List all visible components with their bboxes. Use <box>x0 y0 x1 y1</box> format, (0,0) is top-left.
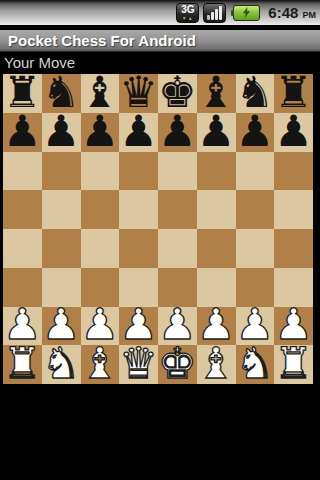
turn-status-text: Your Move <box>4 53 75 73</box>
piece-black-rook[interactable]: ♜ <box>274 74 313 113</box>
battery-terminal <box>231 10 234 16</box>
piece-white-pawn[interactable]: ♟ <box>42 307 81 346</box>
square-g6[interactable] <box>236 152 275 191</box>
square-e1[interactable]: ♚ <box>158 345 197 384</box>
square-c3[interactable] <box>81 268 120 307</box>
piece-black-pawn[interactable]: ♟ <box>81 113 120 152</box>
square-d2[interactable]: ♟ <box>119 307 158 346</box>
square-d4[interactable] <box>119 229 158 268</box>
meridiem-text: PM <box>303 10 317 20</box>
piece-black-pawn[interactable]: ♟ <box>42 113 81 152</box>
square-h6[interactable] <box>274 152 313 191</box>
piece-black-bishop[interactable]: ♝ <box>197 74 236 113</box>
square-h1[interactable]: ♜ <box>274 345 313 384</box>
3g-network-icon: 3G ▼▲ <box>176 3 199 23</box>
chess-board: ♜♞♝♛♚♝♞♜♟♟♟♟♟♟♟♟♟♟♟♟♟♟♟♟♜♞♝♛♚♝♞♜ <box>3 74 313 384</box>
signal-bar <box>219 6 222 20</box>
piece-black-queen[interactable]: ♛ <box>119 74 158 113</box>
square-c5[interactable] <box>81 190 120 229</box>
square-c6[interactable] <box>81 152 120 191</box>
charging-bolt-icon <box>242 7 251 18</box>
square-e5[interactable] <box>158 190 197 229</box>
piece-black-bishop[interactable]: ♝ <box>81 74 120 113</box>
piece-white-pawn[interactable]: ♟ <box>274 307 313 346</box>
piece-white-knight[interactable]: ♞ <box>42 345 81 384</box>
square-e3[interactable] <box>158 268 197 307</box>
square-a6[interactable] <box>3 152 42 191</box>
time-text: 6:48 <box>268 4 298 21</box>
app-title: Pocket Chess For Android <box>8 32 196 49</box>
square-g7[interactable]: ♟ <box>236 113 275 152</box>
piece-black-pawn[interactable]: ♟ <box>158 113 197 152</box>
square-g3[interactable] <box>236 268 275 307</box>
square-c1[interactable]: ♝ <box>81 345 120 384</box>
square-d1[interactable]: ♛ <box>119 345 158 384</box>
android-status-bar: 3G ▼▲ 6:48 PM <box>0 0 320 25</box>
square-b4[interactable] <box>42 229 81 268</box>
square-a2[interactable]: ♟ <box>3 307 42 346</box>
square-f4[interactable] <box>197 229 236 268</box>
piece-black-pawn[interactable]: ♟ <box>119 113 158 152</box>
square-g8[interactable]: ♞ <box>236 74 275 113</box>
square-b1[interactable]: ♞ <box>42 345 81 384</box>
signal-bar <box>215 9 218 20</box>
piece-black-pawn[interactable]: ♟ <box>197 113 236 152</box>
square-a4[interactable] <box>3 229 42 268</box>
square-d6[interactable] <box>119 152 158 191</box>
piece-white-pawn[interactable]: ♟ <box>3 307 42 346</box>
square-h8[interactable]: ♜ <box>274 74 313 113</box>
square-h7[interactable]: ♟ <box>274 113 313 152</box>
piece-white-knight[interactable]: ♞ <box>236 345 275 384</box>
square-a5[interactable] <box>3 190 42 229</box>
square-c4[interactable] <box>81 229 120 268</box>
square-e7[interactable]: ♟ <box>158 113 197 152</box>
square-a3[interactable] <box>3 268 42 307</box>
piece-white-pawn[interactable]: ♟ <box>158 307 197 346</box>
piece-white-pawn[interactable]: ♟ <box>197 307 236 346</box>
signal-bar <box>211 12 214 20</box>
square-b6[interactable] <box>42 152 81 191</box>
square-d5[interactable] <box>119 190 158 229</box>
piece-white-king[interactable]: ♚ <box>158 345 197 384</box>
square-d3[interactable] <box>119 268 158 307</box>
piece-black-knight[interactable]: ♞ <box>42 74 81 113</box>
square-h3[interactable] <box>274 268 313 307</box>
title-bar: Pocket Chess For Android <box>0 30 320 52</box>
square-h5[interactable] <box>274 190 313 229</box>
square-b7[interactable]: ♟ <box>42 113 81 152</box>
piece-white-rook[interactable]: ♜ <box>274 345 313 384</box>
piece-white-pawn[interactable]: ♟ <box>81 307 120 346</box>
square-e6[interactable] <box>158 152 197 191</box>
clock: 6:48 PM <box>268 4 316 21</box>
square-b3[interactable] <box>42 268 81 307</box>
piece-white-pawn[interactable]: ♟ <box>236 307 275 346</box>
square-c2[interactable]: ♟ <box>81 307 120 346</box>
square-f5[interactable] <box>197 190 236 229</box>
square-a1[interactable]: ♜ <box>3 345 42 384</box>
square-h4[interactable] <box>274 229 313 268</box>
square-g5[interactable] <box>236 190 275 229</box>
piece-white-bishop[interactable]: ♝ <box>197 345 236 384</box>
square-d7[interactable]: ♟ <box>119 113 158 152</box>
piece-white-bishop[interactable]: ♝ <box>81 345 120 384</box>
piece-black-pawn[interactable]: ♟ <box>236 113 275 152</box>
square-e8[interactable]: ♚ <box>158 74 197 113</box>
square-b2[interactable]: ♟ <box>42 307 81 346</box>
square-g4[interactable] <box>236 229 275 268</box>
piece-black-pawn[interactable]: ♟ <box>274 113 313 152</box>
signal-strength-icon <box>203 3 226 23</box>
square-f2[interactable]: ♟ <box>197 307 236 346</box>
piece-white-queen[interactable]: ♛ <box>119 345 158 384</box>
battery-charging-icon <box>233 5 260 21</box>
square-g1[interactable]: ♞ <box>236 345 275 384</box>
square-f7[interactable]: ♟ <box>197 113 236 152</box>
data-activity-arrows-icon: ▼▲ <box>182 15 194 21</box>
square-a8[interactable]: ♜ <box>3 74 42 113</box>
square-a7[interactable]: ♟ <box>3 113 42 152</box>
square-e2[interactable]: ♟ <box>158 307 197 346</box>
square-f8[interactable]: ♝ <box>197 74 236 113</box>
square-e4[interactable] <box>158 229 197 268</box>
piece-white-rook[interactable]: ♜ <box>3 345 42 384</box>
piece-black-knight[interactable]: ♞ <box>236 74 275 113</box>
piece-black-rook[interactable]: ♜ <box>3 74 42 113</box>
square-f6[interactable] <box>197 152 236 191</box>
signal-bar <box>207 15 210 20</box>
square-b5[interactable] <box>42 190 81 229</box>
piece-white-pawn[interactable]: ♟ <box>119 307 158 346</box>
square-h2[interactable]: ♟ <box>274 307 313 346</box>
square-c7[interactable]: ♟ <box>81 113 120 152</box>
square-b8[interactable]: ♞ <box>42 74 81 113</box>
piece-black-pawn[interactable]: ♟ <box>3 113 42 152</box>
3g-label: 3G <box>181 5 194 15</box>
piece-black-king[interactable]: ♚ <box>158 74 197 113</box>
square-f3[interactable] <box>197 268 236 307</box>
square-g2[interactable]: ♟ <box>236 307 275 346</box>
square-f1[interactable]: ♝ <box>197 345 236 384</box>
square-d8[interactable]: ♛ <box>119 74 158 113</box>
square-c8[interactable]: ♝ <box>81 74 120 113</box>
